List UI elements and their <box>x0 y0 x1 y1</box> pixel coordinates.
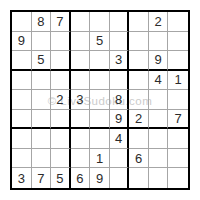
sudoku-cell-r2c4[interactable] <box>71 32 91 52</box>
sudoku-cell-r2c5: 5 <box>90 32 110 52</box>
sudoku-cell-r5c2[interactable] <box>32 90 52 110</box>
sudoku-cell-r1c5[interactable] <box>90 12 110 32</box>
sudoku-cell-r3c9[interactable] <box>168 51 188 71</box>
sudoku-cell-r9c7[interactable] <box>129 168 149 188</box>
sudoku-cell-r4c1[interactable] <box>12 71 32 91</box>
sudoku-cell-r3c8: 9 <box>149 51 169 71</box>
sudoku-cell-r4c7[interactable] <box>129 71 149 91</box>
sudoku-cell-r9c3: 5 <box>51 168 71 188</box>
sudoku-cell-r2c7[interactable] <box>129 32 149 52</box>
sudoku-cell-r9c2: 7 <box>32 168 52 188</box>
sudoku-cell-r6c4[interactable] <box>71 110 91 130</box>
sudoku-cell-r8c1[interactable] <box>12 149 32 169</box>
sudoku-cell-r7c1[interactable] <box>12 129 32 149</box>
sudoku-cell-r8c2[interactable] <box>32 149 52 169</box>
sudoku-cell-r8c8[interactable] <box>149 149 169 169</box>
sudoku-cell-r9c1: 3 <box>12 168 32 188</box>
sudoku-cell-r4c3[interactable] <box>51 71 71 91</box>
sudoku-cell-r9c4: 6 <box>71 168 91 188</box>
sudoku-cell-r2c6[interactable] <box>110 32 130 52</box>
sudoku-cell-r3c4[interactable] <box>71 51 91 71</box>
sudoku-cell-r4c9: 1 <box>168 71 188 91</box>
sudoku-cell-r9c6[interactable] <box>110 168 130 188</box>
sudoku-cell-r6c7: 2 <box>129 110 149 130</box>
sudoku-cell-r6c6: 9 <box>110 110 130 130</box>
sudoku-cell-r2c2[interactable] <box>32 32 52 52</box>
sudoku-cell-r2c1: 9 <box>12 32 32 52</box>
sudoku-cell-r4c8: 4 <box>149 71 169 91</box>
sudoku-cell-r3c5[interactable] <box>90 51 110 71</box>
sudoku-cell-r9c5: 9 <box>90 168 110 188</box>
sudoku-cell-r8c3[interactable] <box>51 149 71 169</box>
sudoku-cell-r1c1[interactable] <box>12 12 32 32</box>
sudoku-cell-r9c9[interactable] <box>168 168 188 188</box>
sudoku-cell-r7c8[interactable] <box>149 129 169 149</box>
sudoku-cell-r6c2[interactable] <box>32 110 52 130</box>
sudoku-cell-r8c5: 1 <box>90 149 110 169</box>
sudoku-cell-r9c8[interactable] <box>149 168 169 188</box>
sudoku-cell-r1c9[interactable] <box>168 12 188 32</box>
sudoku-cell-r3c7[interactable] <box>129 51 149 71</box>
sudoku-cell-r5c1[interactable] <box>12 90 32 110</box>
sudoku-cell-r1c8: 2 <box>149 12 169 32</box>
sudoku-cell-r2c8[interactable] <box>149 32 169 52</box>
sudoku-cell-r1c3: 7 <box>51 12 71 32</box>
sudoku-cell-r7c6: 4 <box>110 129 130 149</box>
sudoku-cell-r5c8[interactable] <box>149 90 169 110</box>
sudoku-cell-r7c5[interactable] <box>90 129 110 149</box>
sudoku-cell-r5c5[interactable] <box>90 90 110 110</box>
sudoku-cell-r4c4[interactable] <box>71 71 91 91</box>
sudoku-cell-r1c6[interactable] <box>110 12 130 32</box>
sudoku-cell-r5c3: 2 <box>51 90 71 110</box>
sudoku-cell-r7c2[interactable] <box>32 129 52 149</box>
sudoku-cell-r6c9: 7 <box>168 110 188 130</box>
sudoku-cell-r1c7[interactable] <box>129 12 149 32</box>
sudoku-cell-r3c6: 3 <box>110 51 130 71</box>
sudoku-cell-r4c5[interactable] <box>90 71 110 91</box>
sudoku-cell-r8c9[interactable] <box>168 149 188 169</box>
sudoku-cell-r1c4[interactable] <box>71 12 91 32</box>
sudoku-cell-r4c6[interactable] <box>110 71 130 91</box>
sudoku-cell-r3c1[interactable] <box>12 51 32 71</box>
sudoku-cell-r1c2: 8 <box>32 12 52 32</box>
sudoku-cell-r3c3[interactable] <box>51 51 71 71</box>
sudoku-cell-r4c2[interactable] <box>32 71 52 91</box>
sudoku-cell-r8c6[interactable] <box>110 149 130 169</box>
sudoku-cell-r5c4: 3 <box>71 90 91 110</box>
sudoku-cell-r6c5[interactable] <box>90 110 110 130</box>
sudoku-cell-r6c1[interactable] <box>12 110 32 130</box>
sudoku-cell-r5c6: 8 <box>110 90 130 110</box>
sudoku-cell-r7c3[interactable] <box>51 129 71 149</box>
sudoku-cell-r6c3[interactable] <box>51 110 71 130</box>
sudoku-cell-r8c7: 6 <box>129 149 149 169</box>
sudoku-cell-r7c9[interactable] <box>168 129 188 149</box>
sudoku-cell-r8c4[interactable] <box>71 149 91 169</box>
sudoku-cell-r3c2: 5 <box>32 51 52 71</box>
sudoku-cell-r5c9[interactable] <box>168 90 188 110</box>
sudoku-cell-r7c7[interactable] <box>129 129 149 149</box>
sudoku-board: © LiveSudoku.com 87295539412389274163756… <box>10 10 190 190</box>
sudoku-cell-r5c7[interactable] <box>129 90 149 110</box>
sudoku-cell-r2c9[interactable] <box>168 32 188 52</box>
sudoku-cell-r2c3[interactable] <box>51 32 71 52</box>
sudoku-cell-r6c8[interactable] <box>149 110 169 130</box>
sudoku-cell-r7c4[interactable] <box>71 129 91 149</box>
